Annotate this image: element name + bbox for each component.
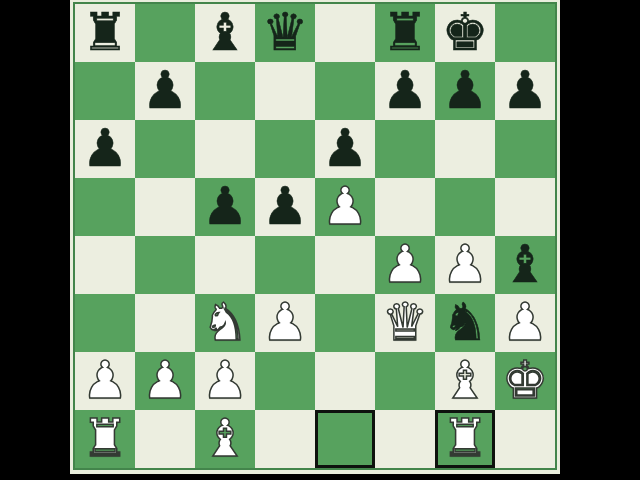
black-bishop: ♝ (502, 236, 549, 293)
square-a2[interactable]: ♟ (75, 352, 135, 410)
white-pawn: ♟ (442, 236, 489, 293)
square-d5[interactable]: ♟ (255, 178, 315, 236)
square-e6[interactable]: ♟ (315, 120, 375, 178)
square-b7[interactable]: ♟ (135, 62, 195, 120)
black-bishop: ♝ (202, 4, 249, 61)
square-b1[interactable] (135, 410, 195, 468)
square-b4[interactable] (135, 236, 195, 294)
white-bishop: ♝ (202, 410, 249, 467)
white-pawn: ♟ (382, 236, 429, 293)
white-king: ♚ (502, 352, 549, 409)
square-g4[interactable]: ♟ (435, 236, 495, 294)
black-pawn: ♟ (202, 178, 249, 235)
square-h6[interactable] (495, 120, 555, 178)
square-h8[interactable] (495, 4, 555, 62)
black-pawn: ♟ (382, 62, 429, 119)
square-c5[interactable]: ♟ (195, 178, 255, 236)
square-b3[interactable] (135, 294, 195, 352)
square-e7[interactable] (315, 62, 375, 120)
square-a1[interactable]: ♜ (75, 410, 135, 468)
white-pawn: ♟ (322, 178, 369, 235)
square-a6[interactable]: ♟ (75, 120, 135, 178)
square-e1[interactable] (315, 410, 375, 468)
square-d7[interactable] (255, 62, 315, 120)
square-g8[interactable]: ♚ (435, 4, 495, 62)
square-h2[interactable]: ♚ (495, 352, 555, 410)
white-pawn: ♟ (262, 294, 309, 351)
letterboxed-background: ♜♝♛♜♚♟♟♟♟♟♟♟♟♟♟♟♝♞♟♛♞♟♟♟♟♝♚♜♝♜ (0, 0, 640, 480)
square-c8[interactable]: ♝ (195, 4, 255, 62)
square-a5[interactable] (75, 178, 135, 236)
square-c1[interactable]: ♝ (195, 410, 255, 468)
square-e2[interactable] (315, 352, 375, 410)
square-b5[interactable] (135, 178, 195, 236)
chess-board-frame: ♜♝♛♜♚♟♟♟♟♟♟♟♟♟♟♟♝♞♟♛♞♟♟♟♟♝♚♜♝♜ (70, 0, 560, 474)
square-h5[interactable] (495, 178, 555, 236)
square-h1[interactable] (495, 410, 555, 468)
square-h7[interactable]: ♟ (495, 62, 555, 120)
square-c4[interactable] (195, 236, 255, 294)
square-f5[interactable] (375, 178, 435, 236)
square-b2[interactable]: ♟ (135, 352, 195, 410)
black-pawn: ♟ (502, 62, 549, 119)
square-c2[interactable]: ♟ (195, 352, 255, 410)
black-rook: ♜ (382, 4, 429, 61)
square-a3[interactable] (75, 294, 135, 352)
black-pawn: ♟ (262, 178, 309, 235)
square-d6[interactable] (255, 120, 315, 178)
square-d8[interactable]: ♛ (255, 4, 315, 62)
square-g7[interactable]: ♟ (435, 62, 495, 120)
white-knight: ♞ (202, 294, 249, 351)
square-f6[interactable] (375, 120, 435, 178)
square-h3[interactable]: ♟ (495, 294, 555, 352)
white-rook: ♜ (82, 410, 129, 467)
black-pawn: ♟ (82, 120, 129, 177)
white-pawn: ♟ (82, 352, 129, 409)
square-d1[interactable] (255, 410, 315, 468)
square-e3[interactable] (315, 294, 375, 352)
square-d3[interactable]: ♟ (255, 294, 315, 352)
square-g6[interactable] (435, 120, 495, 178)
square-d4[interactable] (255, 236, 315, 294)
black-knight: ♞ (442, 294, 489, 351)
black-queen: ♛ (262, 4, 309, 61)
square-a7[interactable] (75, 62, 135, 120)
square-f7[interactable]: ♟ (375, 62, 435, 120)
square-e8[interactable] (315, 4, 375, 62)
black-rook: ♜ (82, 4, 129, 61)
square-a8[interactable]: ♜ (75, 4, 135, 62)
square-c6[interactable] (195, 120, 255, 178)
white-rook: ♜ (442, 410, 489, 467)
white-bishop: ♝ (442, 352, 489, 409)
square-g1[interactable]: ♜ (435, 410, 495, 468)
square-e4[interactable] (315, 236, 375, 294)
white-queen: ♛ (382, 294, 429, 351)
square-d2[interactable] (255, 352, 315, 410)
square-b8[interactable] (135, 4, 195, 62)
square-c3[interactable]: ♞ (195, 294, 255, 352)
black-pawn: ♟ (322, 120, 369, 177)
black-king: ♚ (442, 4, 489, 61)
square-f1[interactable] (375, 410, 435, 468)
white-pawn: ♟ (142, 352, 189, 409)
chess-board[interactable]: ♜♝♛♜♚♟♟♟♟♟♟♟♟♟♟♟♝♞♟♛♞♟♟♟♟♝♚♜♝♜ (73, 2, 557, 470)
square-f3[interactable]: ♛ (375, 294, 435, 352)
square-a4[interactable] (75, 236, 135, 294)
square-f2[interactable] (375, 352, 435, 410)
square-g5[interactable] (435, 178, 495, 236)
square-f4[interactable]: ♟ (375, 236, 435, 294)
square-f8[interactable]: ♜ (375, 4, 435, 62)
square-g2[interactable]: ♝ (435, 352, 495, 410)
white-pawn: ♟ (202, 352, 249, 409)
square-g3[interactable]: ♞ (435, 294, 495, 352)
square-c7[interactable] (195, 62, 255, 120)
black-pawn: ♟ (442, 62, 489, 119)
square-h4[interactable]: ♝ (495, 236, 555, 294)
square-e5[interactable]: ♟ (315, 178, 375, 236)
square-b6[interactable] (135, 120, 195, 178)
white-pawn: ♟ (502, 294, 549, 351)
black-pawn: ♟ (142, 62, 189, 119)
